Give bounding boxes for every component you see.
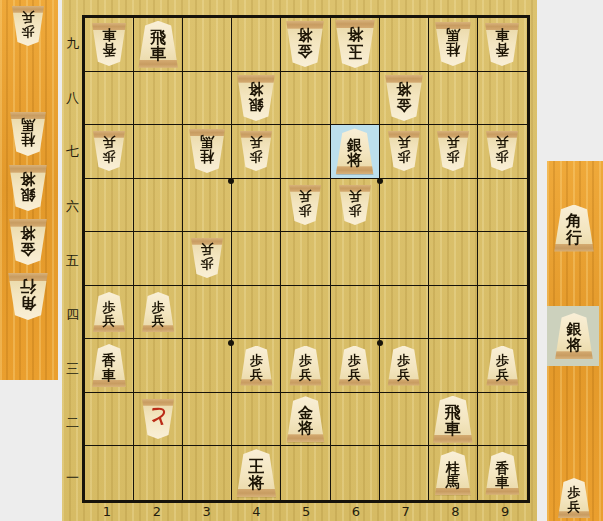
hand-piece-銀将[interactable]: 銀将 <box>554 313 594 359</box>
piece-歩兵[interactable]: 歩兵 <box>288 346 322 386</box>
square-3三[interactable] <box>183 339 232 393</box>
captured-pieces-stand-left: 歩兵桂馬銀将金将角行 <box>0 0 58 380</box>
square-9三[interactable]: 歩兵 <box>478 339 527 393</box>
square-4六[interactable] <box>232 179 281 233</box>
square-7九[interactable] <box>380 18 429 72</box>
square-7一[interactable] <box>380 446 429 500</box>
square-8七[interactable]: 歩兵 <box>429 125 478 179</box>
file-label-5: 5 <box>296 504 316 520</box>
square-4二[interactable] <box>232 393 281 447</box>
square-6二[interactable] <box>331 393 380 447</box>
square-6九[interactable]: 玉将 <box>331 18 380 72</box>
square-2六[interactable] <box>134 179 183 233</box>
hand-piece-歩兵[interactable]: 歩兵 <box>557 478 591 518</box>
square-3八[interactable] <box>183 72 232 126</box>
rank-label-九: 九 <box>64 35 81 53</box>
piece-銀将-rotated[interactable]: 銀将 <box>236 75 276 121</box>
rank-label-七: 七 <box>64 143 81 161</box>
square-2三[interactable] <box>134 339 183 393</box>
square-3二[interactable] <box>183 393 232 447</box>
rank-label-八: 八 <box>64 89 81 107</box>
piece-歩兵[interactable]: 歩兵 <box>485 346 519 386</box>
square-6七[interactable]: 銀将 <box>331 125 380 179</box>
piece-桂馬[interactable]: 桂馬 <box>434 451 472 495</box>
file-label-9: 9 <box>495 504 515 520</box>
square-8一[interactable]: 桂馬 <box>429 446 478 500</box>
square-2九[interactable]: 飛車 <box>134 18 183 72</box>
square-3五[interactable]: 歩兵 <box>183 232 232 286</box>
file-label-3: 3 <box>197 504 217 520</box>
square-9六[interactable] <box>478 179 527 233</box>
piece-と-rotated[interactable]: と <box>141 399 175 439</box>
square-7二[interactable] <box>380 393 429 447</box>
square-2二[interactable]: と <box>134 393 183 447</box>
square-1七[interactable]: 歩兵 <box>85 125 134 179</box>
piece-歩兵-rotated[interactable]: 歩兵 <box>436 131 470 171</box>
square-2七[interactable] <box>134 125 183 179</box>
square-2五[interactable] <box>134 232 183 286</box>
square-6四[interactable] <box>331 286 380 340</box>
square-1六[interactable] <box>85 179 134 233</box>
piece-歩兵-rotated[interactable]: 歩兵 <box>190 238 224 278</box>
piece-香車[interactable]: 香車 <box>91 344 127 387</box>
rank-label-三: 三 <box>64 360 81 378</box>
square-8二[interactable]: 飛車 <box>429 393 478 447</box>
square-7六[interactable] <box>380 179 429 233</box>
piece-飛車[interactable]: 飛車 <box>432 396 474 443</box>
piece-歩兵-rotated[interactable]: 歩兵 <box>485 131 519 171</box>
square-8三[interactable] <box>429 339 478 393</box>
piece-歩兵[interactable]: 歩兵 <box>338 346 372 386</box>
square-5四[interactable] <box>281 286 330 340</box>
square-5二[interactable]: 金将 <box>281 393 330 447</box>
square-5九[interactable]: 金将 <box>281 18 330 72</box>
piece-玉将-rotated[interactable]: 玉将 <box>334 20 376 68</box>
star-point-icon <box>377 340 383 346</box>
hand-piece-金将[interactable]: 金将 <box>8 219 48 265</box>
square-7八[interactable]: 金将 <box>380 72 429 126</box>
square-7五[interactable] <box>380 232 429 286</box>
piece-香車[interactable]: 香車 <box>484 452 520 495</box>
file-label-6: 6 <box>346 504 366 520</box>
piece-歩兵-rotated[interactable]: 歩兵 <box>288 185 322 225</box>
piece-歩兵-rotated[interactable]: 歩兵 <box>338 185 372 225</box>
square-4一[interactable]: 王将 <box>232 446 281 500</box>
square-1九[interactable]: 香車 <box>85 18 134 72</box>
file-label-1: 1 <box>97 504 117 520</box>
square-7三[interactable]: 歩兵 <box>380 339 429 393</box>
square-1三[interactable]: 香車 <box>85 339 134 393</box>
square-5五[interactable] <box>281 232 330 286</box>
square-5八[interactable] <box>281 72 330 126</box>
piece-香車-rotated[interactable]: 香車 <box>484 23 520 66</box>
star-point-icon <box>228 340 234 346</box>
square-2四[interactable]: 歩兵 <box>134 286 183 340</box>
square-3一[interactable] <box>183 446 232 500</box>
square-8九[interactable]: 桂馬 <box>429 18 478 72</box>
piece-桂馬-rotated[interactable]: 桂馬 <box>188 129 226 173</box>
captured-pieces-stand-right: 角行銀将歩兵 <box>547 161 603 521</box>
board-grid: 香車飛車金将玉将桂馬香車銀将金将歩兵桂馬歩兵銀将歩兵歩兵歩兵歩兵歩兵歩兵歩兵歩兵… <box>82 15 530 503</box>
square-7四[interactable] <box>380 286 429 340</box>
square-1五[interactable] <box>85 232 134 286</box>
square-3六[interactable] <box>183 179 232 233</box>
square-5六[interactable]: 歩兵 <box>281 179 330 233</box>
file-label-4: 4 <box>246 504 266 520</box>
square-2八[interactable] <box>134 72 183 126</box>
piece-桂馬-rotated[interactable]: 桂馬 <box>434 22 472 66</box>
hand-piece-歩兵[interactable]: 歩兵 <box>11 6 45 46</box>
square-4八[interactable]: 銀将 <box>232 72 281 126</box>
shogi-app: 歩兵桂馬銀将金将角行 香車飛車金将玉将桂馬香車銀将金将歩兵桂馬歩兵銀将歩兵歩兵歩… <box>0 0 603 521</box>
piece-歩兵-rotated[interactable]: 歩兵 <box>239 131 273 171</box>
square-9四[interactable] <box>478 286 527 340</box>
rank-label-二: 二 <box>64 414 81 432</box>
piece-銀将[interactable]: 銀将 <box>335 128 375 174</box>
piece-歩兵-rotated[interactable]: 歩兵 <box>387 131 421 171</box>
square-4三[interactable]: 歩兵 <box>232 339 281 393</box>
square-4七[interactable]: 歩兵 <box>232 125 281 179</box>
file-label-2: 2 <box>147 504 167 520</box>
square-9九[interactable]: 香車 <box>478 18 527 72</box>
square-3四[interactable] <box>183 286 232 340</box>
piece-飛車[interactable]: 飛車 <box>137 21 179 68</box>
square-7七[interactable]: 歩兵 <box>380 125 429 179</box>
piece-歩兵[interactable]: 歩兵 <box>92 292 126 332</box>
square-1二[interactable] <box>85 393 134 447</box>
shogi-board: 香車飛車金将玉将桂馬香車銀将金将歩兵桂馬歩兵銀将歩兵歩兵歩兵歩兵歩兵歩兵歩兵歩兵… <box>62 0 537 521</box>
hand-piece-銀将[interactable]: 銀将 <box>8 165 48 211</box>
square-6六[interactable]: 歩兵 <box>331 179 380 233</box>
square-8四[interactable] <box>429 286 478 340</box>
square-9八[interactable] <box>478 72 527 126</box>
square-9一[interactable]: 香車 <box>478 446 527 500</box>
square-6三[interactable]: 歩兵 <box>331 339 380 393</box>
square-8五[interactable] <box>429 232 478 286</box>
square-9五[interactable] <box>478 232 527 286</box>
star-point-icon <box>228 178 234 184</box>
hand-piece-角行[interactable]: 角行 <box>7 273 49 320</box>
square-4四[interactable] <box>232 286 281 340</box>
square-6五[interactable] <box>331 232 380 286</box>
square-4五[interactable] <box>232 232 281 286</box>
piece-香車-rotated[interactable]: 香車 <box>91 23 127 66</box>
star-point-icon <box>377 178 383 184</box>
piece-金将-rotated[interactable]: 金将 <box>384 75 424 121</box>
square-1一[interactable] <box>85 446 134 500</box>
piece-金将[interactable]: 金将 <box>285 396 325 442</box>
square-2一[interactable] <box>134 446 183 500</box>
piece-金将-rotated[interactable]: 金将 <box>285 21 325 67</box>
square-5七[interactable] <box>281 125 330 179</box>
square-6一[interactable] <box>331 446 380 500</box>
file-label-8: 8 <box>445 504 465 520</box>
square-6八[interactable] <box>331 72 380 126</box>
square-8六[interactable] <box>429 179 478 233</box>
square-9二[interactable] <box>478 393 527 447</box>
square-3九[interactable] <box>183 18 232 72</box>
rank-label-五: 五 <box>64 252 81 270</box>
square-5三[interactable]: 歩兵 <box>281 339 330 393</box>
piece-歩兵[interactable]: 歩兵 <box>141 292 175 332</box>
square-9七[interactable]: 歩兵 <box>478 125 527 179</box>
square-5一[interactable] <box>281 446 330 500</box>
rank-label-六: 六 <box>64 198 81 216</box>
square-4九[interactable] <box>232 18 281 72</box>
square-8八[interactable] <box>429 72 478 126</box>
square-1八[interactable] <box>85 72 134 126</box>
square-1四[interactable]: 歩兵 <box>85 286 134 340</box>
square-3七[interactable]: 桂馬 <box>183 125 232 179</box>
piece-歩兵[interactable]: 歩兵 <box>239 346 273 386</box>
piece-歩兵-rotated[interactable]: 歩兵 <box>92 131 126 171</box>
hand-piece-桂馬[interactable]: 桂馬 <box>9 112 47 156</box>
rank-label-四: 四 <box>64 306 81 324</box>
piece-王将[interactable]: 王将 <box>235 449 277 497</box>
hand-piece-角行[interactable]: 角行 <box>553 205 595 252</box>
piece-歩兵[interactable]: 歩兵 <box>387 346 421 386</box>
rank-label-一: 一 <box>64 469 81 487</box>
file-label-7: 7 <box>396 504 416 520</box>
